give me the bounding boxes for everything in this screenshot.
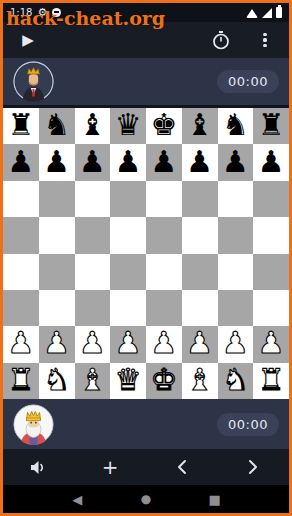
piece-bp: ♟ — [222, 147, 249, 177]
square-b1[interactable]: ♞ — [39, 363, 75, 399]
square-h3[interactable] — [253, 290, 289, 326]
chess-app-screen: hack-cheat.org 1:18 ⚙ ▶ — [0, 0, 292, 516]
piece-wq: ♛ — [115, 365, 142, 395]
square-e1[interactable]: ♚ — [146, 363, 182, 399]
square-a3[interactable] — [3, 290, 39, 326]
square-f5[interactable] — [182, 217, 218, 253]
nav-recents-button[interactable]: ■ — [200, 488, 230, 510]
piece-wp: ♟ — [258, 328, 285, 358]
square-e3[interactable] — [146, 290, 182, 326]
square-e6[interactable] — [146, 181, 182, 217]
player-top-row: 00:00 — [3, 58, 289, 105]
square-b3[interactable] — [39, 290, 75, 326]
square-b5[interactable] — [39, 217, 75, 253]
square-d4[interactable] — [110, 254, 146, 290]
square-c5[interactable] — [75, 217, 111, 253]
prev-move-button[interactable] — [162, 452, 202, 482]
square-d8[interactable]: ♛ — [110, 108, 146, 144]
nav-back-button[interactable]: ◀ — [62, 488, 92, 510]
square-c6[interactable] — [75, 181, 111, 217]
piece-wk: ♚ — [150, 365, 177, 395]
square-a4[interactable] — [3, 254, 39, 290]
status-right — [246, 7, 282, 18]
piece-wp: ♟ — [222, 328, 249, 358]
piece-wp: ♟ — [150, 328, 177, 358]
piece-bp: ♟ — [7, 147, 34, 177]
status-left: 1:18 ⚙ — [10, 7, 61, 18]
piece-wb: ♝ — [79, 365, 106, 395]
square-g2[interactable]: ♟ — [218, 326, 254, 362]
recents-square-icon: ■ — [208, 492, 220, 507]
square-b6[interactable] — [39, 181, 75, 217]
android-nav-bar: ◀ ● ■ — [3, 485, 289, 513]
square-c1[interactable]: ♝ — [75, 363, 111, 399]
back-triangle-icon: ◀ — [72, 492, 82, 507]
square-h2[interactable]: ♟ — [253, 326, 289, 362]
square-a6[interactable] — [3, 181, 39, 217]
piece-bn: ♞ — [43, 110, 70, 140]
square-g5[interactable] — [218, 217, 254, 253]
square-f3[interactable] — [182, 290, 218, 326]
player-bottom-avatar[interactable] — [13, 404, 54, 445]
plus-icon: + — [102, 457, 119, 477]
square-b7[interactable]: ♟ — [39, 144, 75, 180]
square-e8[interactable]: ♚ — [146, 108, 182, 144]
square-b2[interactable]: ♟ — [39, 326, 75, 362]
square-a1[interactable]: ♜ — [3, 363, 39, 399]
add-button[interactable]: + — [90, 452, 130, 482]
gear-icon: ⚙ — [37, 7, 47, 18]
square-f2[interactable]: ♟ — [182, 326, 218, 362]
square-g8[interactable]: ♞ — [218, 108, 254, 144]
overflow-menu-button[interactable] — [251, 26, 279, 54]
square-c4[interactable] — [75, 254, 111, 290]
square-f1[interactable]: ♝ — [182, 363, 218, 399]
play-button[interactable]: ▶ — [13, 25, 43, 55]
notification-icon — [52, 8, 61, 17]
piece-wn: ♞ — [222, 365, 249, 395]
square-f4[interactable] — [182, 254, 218, 290]
piece-wp: ♟ — [7, 328, 34, 358]
square-c2[interactable]: ♟ — [75, 326, 111, 362]
piece-wp: ♟ — [43, 328, 70, 358]
square-e7[interactable]: ♟ — [146, 144, 182, 180]
next-move-button[interactable] — [233, 452, 273, 482]
square-g6[interactable] — [218, 181, 254, 217]
kebab-menu-icon — [263, 33, 266, 48]
piece-wn: ♞ — [43, 365, 70, 395]
square-a7[interactable]: ♟ — [3, 144, 39, 180]
volume-button[interactable] — [19, 452, 59, 482]
square-d6[interactable] — [110, 181, 146, 217]
piece-bp: ♟ — [79, 147, 106, 177]
piece-br: ♜ — [258, 110, 285, 140]
speaker-icon — [30, 460, 47, 475]
square-a8[interactable]: ♜ — [3, 108, 39, 144]
chevron-left-icon — [177, 459, 187, 475]
cell-signal-icon — [262, 8, 272, 18]
home-circle-icon: ● — [141, 492, 151, 506]
square-e4[interactable] — [146, 254, 182, 290]
piece-bq: ♛ — [115, 110, 142, 140]
square-g7[interactable]: ♟ — [218, 144, 254, 180]
piece-bp: ♟ — [150, 147, 177, 177]
square-c8[interactable]: ♝ — [75, 108, 111, 144]
square-f8[interactable]: ♝ — [182, 108, 218, 144]
square-b4[interactable] — [39, 254, 75, 290]
piece-bb: ♝ — [186, 110, 213, 140]
stopwatch-icon — [211, 30, 231, 50]
piece-bk: ♚ — [150, 110, 177, 140]
piece-wp: ♟ — [115, 328, 142, 358]
player-top-avatar[interactable] — [13, 61, 54, 102]
piece-bp: ♟ — [186, 147, 213, 177]
timer-button[interactable] — [207, 26, 235, 54]
piece-bb: ♝ — [79, 110, 106, 140]
piece-bp: ♟ — [258, 147, 285, 177]
square-b8[interactable]: ♞ — [39, 108, 75, 144]
piece-wb: ♝ — [186, 365, 213, 395]
square-h6[interactable] — [253, 181, 289, 217]
bottom-toolbar: + — [3, 449, 289, 485]
square-c3[interactable] — [75, 290, 111, 326]
square-f7[interactable]: ♟ — [182, 144, 218, 180]
square-h4[interactable] — [253, 254, 289, 290]
square-g4[interactable] — [218, 254, 254, 290]
square-d2[interactable]: ♟ — [110, 326, 146, 362]
square-d5[interactable] — [110, 217, 146, 253]
player-bottom-row: 00:00 — [3, 399, 289, 449]
wifi-icon — [246, 9, 258, 18]
player-top-clock: 00:00 — [217, 70, 279, 93]
square-a5[interactable] — [3, 217, 39, 253]
piece-wp: ♟ — [79, 328, 106, 358]
square-h7[interactable]: ♟ — [253, 144, 289, 180]
square-f6[interactable] — [182, 181, 218, 217]
chevron-right-icon — [248, 459, 258, 475]
square-c7[interactable]: ♟ — [75, 144, 111, 180]
piece-wp: ♟ — [186, 328, 213, 358]
status-bar: 1:18 ⚙ — [3, 3, 289, 22]
nav-home-button[interactable]: ● — [131, 488, 161, 510]
play-icon: ▶ — [22, 33, 34, 48]
piece-wr: ♜ — [258, 365, 285, 395]
piece-bp: ♟ — [115, 147, 142, 177]
piece-wr: ♜ — [7, 365, 34, 395]
square-h1[interactable]: ♜ — [253, 363, 289, 399]
square-a2[interactable]: ♟ — [3, 326, 39, 362]
square-d1[interactable]: ♛ — [110, 363, 146, 399]
piece-bn: ♞ — [222, 110, 249, 140]
piece-br: ♜ — [7, 110, 34, 140]
top-toolbar: ▶ — [3, 22, 289, 58]
square-h8[interactable]: ♜ — [253, 108, 289, 144]
square-g1[interactable]: ♞ — [218, 363, 254, 399]
chess-board: ♜♞♝♛♚♝♞♜♟♟♟♟♟♟♟♟♟♟♟♟♟♟♟♟♜♞♝♛♚♝♞♜ — [3, 108, 289, 399]
square-e5[interactable] — [146, 217, 182, 253]
square-d7[interactable]: ♟ — [110, 144, 146, 180]
piece-bp: ♟ — [43, 147, 70, 177]
player-bottom-clock: 00:00 — [217, 413, 279, 436]
square-g3[interactable] — [218, 290, 254, 326]
square-h5[interactable] — [253, 217, 289, 253]
status-clock: 1:18 — [10, 7, 32, 18]
square-d3[interactable] — [110, 290, 146, 326]
battery-icon — [276, 7, 282, 18]
square-e2[interactable]: ♟ — [146, 326, 182, 362]
